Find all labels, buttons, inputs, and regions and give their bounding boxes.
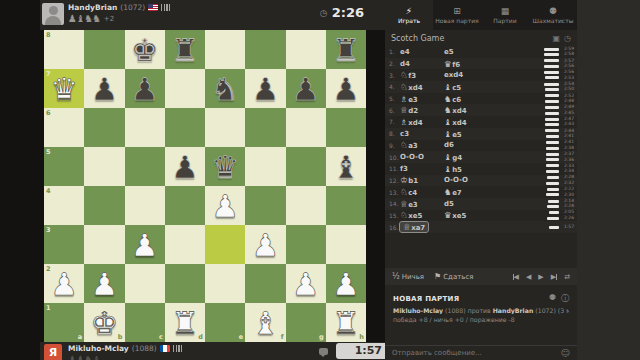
square-g1[interactable]: g (286, 303, 326, 342)
piece-bK-c8[interactable]: ♚ (125, 30, 165, 69)
square-d1[interactable]: d♜ (165, 303, 205, 342)
figurine-icon: ♘ (400, 82, 408, 92)
move-3-b[interactable]: exd4 (444, 71, 488, 79)
time-bar (544, 59, 559, 62)
time-bar (547, 217, 559, 220)
player-icon[interactable]: ⚉ (549, 293, 556, 304)
move-4-w[interactable]: ♘xd4 (400, 82, 444, 92)
flip-board-icon[interactable]: ⇄ (564, 273, 570, 281)
move-time: 2:22 (561, 187, 574, 192)
square-g3[interactable] (286, 225, 326, 264)
square-e3[interactable] (205, 225, 245, 264)
top-player-bar: HandyBrian (1072) ♟♝♞♞+2 ◷2:26 (40, 0, 390, 30)
figurine-icon: ♗ (400, 117, 408, 127)
square-h5[interactable]: ♝ (326, 147, 366, 186)
piece-wR-h1[interactable]: ♜ (326, 303, 366, 342)
match-description: Mikluho-Mclay (1088) против HandyBrian (… (393, 307, 569, 314)
move-12-b[interactable]: O-O-O (444, 176, 488, 184)
figurine-icon: ♘ (400, 70, 408, 80)
move-time: 2:43 (561, 122, 574, 127)
piece-wR-d1[interactable]: ♜ (165, 303, 205, 342)
figurine-icon: ♘ (400, 210, 408, 220)
square-d2[interactable] (165, 264, 205, 303)
piece-bP-h7[interactable]: ♟ (326, 69, 366, 108)
square-h6[interactable] (326, 108, 366, 147)
clock-top: ◷2:26 (320, 5, 364, 20)
move-times: 2:592:58 (544, 47, 577, 57)
square-a6[interactable]: 6 (44, 108, 84, 147)
move-time: 2:56 (561, 64, 574, 69)
move-times: 2:542:50 (544, 82, 577, 92)
square-f4[interactable] (245, 186, 285, 225)
move-time: 2:45 (561, 111, 574, 116)
tab-people[interactable]: ⚉Шахматисты (529, 0, 577, 30)
tab-label: Новая партия (435, 17, 478, 24)
opening-row: Scotch Game ▣◷ (385, 30, 577, 46)
captured-top: ♟♝♞♞+2 (68, 13, 114, 24)
square-b1[interactable]: b♚ (84, 303, 124, 342)
square-h8[interactable]: ♜ (326, 30, 366, 69)
captured-bottom: ♟♟♞♝ (68, 354, 100, 360)
move-time: 2:37 (561, 152, 574, 157)
square-h2[interactable]: ♟ (326, 264, 366, 303)
piece-wP-f3[interactable]: ♟ (245, 225, 285, 264)
square-d5[interactable]: ♟ (165, 147, 205, 186)
piece-wP-g2[interactable]: ♟ (286, 264, 326, 303)
figurine-icon: ♔ (400, 175, 408, 185)
player-name[interactable]: Mikluho-Mclay (68, 344, 129, 353)
move-row-13: 13.♘c4♞e72:222:30 (385, 186, 577, 198)
chat-input[interactable]: Отправить сообщение... (392, 349, 482, 357)
square-c4[interactable] (125, 186, 165, 225)
move-number: 7. (389, 118, 400, 125)
new-game-section: НОВАЯ ПАРТИЯ ⚉ⓘ Mikluho-Mclay (1088) про… (385, 288, 577, 328)
move-row-11: 11.f3♝h52:332:34 (385, 163, 577, 175)
opening-name: Scotch Game (391, 34, 444, 43)
rating-change-info: победа +8 / ничья +0 / поражение -8 (393, 316, 569, 323)
time-bar (546, 158, 559, 161)
time-bar (544, 53, 559, 56)
square-e6[interactable] (205, 108, 245, 147)
move-2-w[interactable]: d4 (400, 60, 444, 68)
move-6-b[interactable]: ♞xd4 (444, 105, 488, 115)
move-2-b[interactable]: ♛f6 (444, 59, 488, 69)
piece-bR-d8[interactable]: ♜ (165, 30, 205, 69)
move-12-w[interactable]: ♔b1 (400, 175, 444, 185)
square-c7[interactable]: ♟ (125, 69, 165, 108)
tab-label: Шахматисты (533, 17, 574, 24)
move-13-b[interactable]: ♞e7 (444, 187, 488, 197)
move-number: 5. (389, 95, 400, 102)
time-bar (546, 193, 559, 196)
square-b2[interactable]: ♟ (84, 264, 124, 303)
move-1-w[interactable]: e4 (400, 48, 444, 56)
square-f2[interactable] (245, 264, 285, 303)
player-rating: (1088) (132, 344, 157, 353)
time-bar (545, 88, 559, 91)
square-g5[interactable] (286, 147, 326, 186)
time-bar (545, 123, 559, 126)
square-h3[interactable] (326, 225, 366, 264)
people-icon: ⚉ (549, 6, 557, 16)
square-a1[interactable]: 1a (44, 303, 84, 342)
file-label-e: e (239, 333, 243, 341)
move-time: 2:53 (561, 76, 574, 81)
square-b3[interactable] (84, 225, 124, 264)
move-row-5: 5.♗e3♞c62:522:48 (385, 93, 577, 105)
go-back-button[interactable]: ◀ (526, 273, 531, 281)
square-f5[interactable] (245, 147, 285, 186)
figurine-icon: ♝ (444, 129, 452, 139)
square-f6[interactable] (245, 108, 285, 147)
square-b5[interactable] (84, 147, 124, 186)
clock-icon[interactable]: ◷ (564, 34, 571, 43)
player-bottom-line: Mikluho-Mclay (1088) (68, 344, 182, 353)
move-times: 2:492:45 (545, 105, 577, 115)
square-f8[interactable] (245, 30, 285, 69)
move-times: 2:442:41 (545, 129, 577, 139)
move-row-16: 16.♕xa71:57 (385, 221, 577, 233)
piece-bN-e7[interactable]: ♞ (205, 69, 245, 108)
figurine-icon: ♝ (444, 164, 452, 174)
square-e4[interactable]: ♟ (205, 186, 245, 225)
move-8-w[interactable]: c3 (400, 130, 444, 138)
copy-icon[interactable]: ▣ (552, 34, 560, 43)
move-5-b[interactable]: ♞c6 (444, 94, 488, 104)
time-bar (546, 135, 559, 138)
piece-wP-b2[interactable]: ♟ (84, 264, 124, 303)
move-times: 2:052:26 (547, 210, 577, 220)
page-background (577, 0, 640, 360)
move-times: 2:472:43 (545, 117, 577, 127)
connection-bars-icon (161, 4, 170, 11)
file-label-g: g (319, 333, 324, 341)
time-bar (545, 129, 559, 132)
material-advantage: +2 (104, 15, 114, 23)
move-9-b[interactable]: d6 (444, 141, 488, 149)
square-g2[interactable]: ♟ (286, 264, 326, 303)
go-first-button[interactable]: ◀ (513, 273, 519, 281)
time-bar (545, 106, 559, 109)
square-c6[interactable] (125, 108, 165, 147)
figurine-icon: ♞ (444, 187, 452, 197)
clock-bottom: 1:57 (336, 343, 388, 359)
move-row-12: 12.♔b1O-O-O2:282:32 (385, 175, 577, 187)
new-game-title: НОВАЯ ПАРТИЯ (393, 295, 459, 303)
time-bar (547, 176, 559, 179)
go-last-button[interactable]: ▶ (551, 273, 557, 281)
square-e1[interactable]: e (205, 303, 245, 342)
move-times: 2:142:28 (547, 199, 577, 209)
file-label-c: c (159, 333, 163, 341)
move-time: 2:38 (561, 146, 574, 151)
figurine-icon: ♝ (444, 117, 452, 127)
time-bar (546, 170, 559, 173)
move-row-14: 14.♕e3d52:142:28 (385, 198, 577, 210)
move-time: 2:32 (561, 181, 574, 186)
square-g7[interactable]: ♟ (286, 69, 326, 108)
move-time: 2:34 (561, 169, 574, 174)
move-15-b[interactable]: ♛xe5 (444, 210, 488, 220)
piece-bP-c7[interactable]: ♟ (125, 69, 165, 108)
square-c3[interactable]: ♟ (125, 225, 165, 264)
info-icon[interactable]: ⓘ (561, 293, 569, 304)
plus-square-icon: ⊞ (453, 6, 461, 16)
avatar[interactable] (42, 3, 64, 25)
move-number: 6. (389, 107, 400, 114)
square-g6[interactable] (286, 108, 326, 147)
move-10-b[interactable]: ♝g4 (444, 152, 488, 162)
piece-bP-d5[interactable]: ♟ (165, 147, 205, 186)
move-9-w[interactable]: ♘a3 (400, 140, 444, 150)
move-7-b[interactable]: ♝xd4 (444, 117, 488, 127)
move-list: 1.e4e52:592:582.d4♛f62:572:563.♘f3exd42:… (385, 46, 577, 233)
square-c1[interactable]: c (125, 303, 165, 342)
square-a8[interactable]: 8 (44, 30, 84, 69)
figurine-icon: ♝ (444, 82, 452, 92)
time-bar (544, 83, 559, 86)
move-14-w[interactable]: ♕e3 (400, 199, 444, 209)
move-6-w[interactable]: ♕d2 (400, 105, 444, 115)
time-bar (546, 182, 559, 185)
connection-bars-icon (173, 345, 182, 352)
square-h4[interactable] (326, 186, 366, 225)
tab-label: Играть (398, 17, 420, 24)
chess-app: { "game": "chess", "position": { "fen": … (0, 0, 640, 360)
square-e8[interactable] (205, 30, 245, 69)
move-row-15: 15.♘xe5♛xe52:052:26 (385, 210, 577, 222)
time-control: (3 мин.) (558, 307, 569, 314)
piece-wK-b1[interactable]: ♚ (84, 303, 124, 342)
piece-bP-g7[interactable]: ♟ (286, 69, 326, 108)
piece-bR-h8[interactable]: ♜ (326, 30, 366, 69)
rank-label-3: 3 (46, 226, 51, 234)
move-row-8: 8.c3♝e52:442:41 (385, 128, 577, 140)
move-times: 1:57 (549, 225, 577, 230)
move-number: 2. (389, 60, 400, 67)
move-times: 2:522:48 (545, 94, 577, 104)
move-row-1: 1.e4e52:592:58 (385, 46, 577, 58)
piece-wB-f1[interactable]: ♝ (245, 303, 285, 342)
time-bar (544, 71, 559, 74)
tab-grid[interactable]: ▦Партии (481, 0, 529, 30)
piece-bQ-e5[interactable]: ♛ (205, 147, 245, 186)
move-row-4: 4.♘xd4♝c52:542:50 (385, 81, 577, 93)
square-h7[interactable]: ♟ (326, 69, 366, 108)
move-row-7: 7.♗xd4♝xd42:472:43 (385, 116, 577, 128)
player-top-line: HandyBrian (1072) (68, 3, 170, 12)
figurine-icon: ♝ (444, 152, 452, 162)
grid-icon: ▦ (501, 6, 510, 16)
versus-label: против (468, 307, 491, 314)
move-7-w[interactable]: ♗xd4 (400, 117, 444, 127)
move-number: 3. (389, 72, 400, 79)
move-times: 2:332:34 (546, 164, 577, 174)
avatar[interactable]: Я (44, 344, 62, 360)
move-row-2: 2.d4♛f62:572:56 (385, 58, 577, 70)
white-player-rating: (1088) (445, 307, 466, 314)
time-bar (546, 153, 559, 156)
move-row-3: 3.♘f3exd42:562:53 (385, 69, 577, 81)
fr-flag-icon (160, 345, 170, 352)
move-times: 2:222:30 (546, 187, 577, 197)
tab-lightning[interactable]: ⚡Играть (385, 0, 433, 30)
chat-bar: Отправить сообщение... ☺ (385, 345, 577, 360)
square-d8[interactable]: ♜ (165, 30, 205, 69)
time-bar (546, 147, 559, 150)
move-13-w[interactable]: ♘c4 (400, 187, 444, 197)
tab-label: Партии (493, 17, 516, 24)
piece-bP-f7[interactable]: ♟ (245, 69, 285, 108)
move-number: 1. (389, 48, 400, 55)
go-forward-button[interactable]: ▶ (538, 273, 543, 281)
avatar-silhouette (49, 6, 58, 15)
tab-plus-square[interactable]: ⊞Новая партия (433, 0, 481, 30)
piece-wP-c3[interactable]: ♟ (125, 225, 165, 264)
square-f1[interactable]: f♝ (245, 303, 285, 342)
move-times: 2:372:36 (546, 152, 577, 162)
time-bar (547, 205, 559, 208)
time-bar (548, 200, 559, 203)
square-g8[interactable] (286, 30, 326, 69)
square-b4[interactable] (84, 186, 124, 225)
square-a7[interactable]: 7♛ (44, 69, 84, 108)
figurine-icon: ♞ (444, 94, 452, 104)
move-times: 2:282:32 (546, 175, 577, 185)
move-times: 2:412:38 (546, 140, 577, 150)
white-player-name: Mikluho-Mclay (393, 307, 443, 314)
rank-label-8: 8 (46, 31, 51, 39)
square-a3[interactable]: 3 (44, 225, 84, 264)
move-1-b[interactable]: e5 (444, 48, 488, 56)
player-name[interactable]: HandyBrian (68, 3, 117, 12)
figurine-icon: ♗ (400, 94, 408, 104)
figurine-icon: ♕ (403, 222, 411, 232)
square-d6[interactable] (165, 108, 205, 147)
square-e2[interactable] (205, 264, 245, 303)
side-panel: ⚡Играть⊞Новая партия▦Партии⚉Шахматисты S… (385, 0, 577, 360)
move-number: 11. (389, 165, 400, 172)
move-14-b[interactable]: d5 (444, 200, 488, 208)
move-time: 2:28 (561, 204, 574, 209)
piece-wP-e4[interactable]: ♟ (205, 186, 245, 225)
rank-label-5: 5 (46, 148, 51, 156)
move-number: 12. (389, 177, 400, 184)
move-time: 2:26 (561, 216, 574, 221)
timer-icon: ◷ (320, 8, 328, 18)
square-b8[interactable] (84, 30, 124, 69)
square-e7[interactable]: ♞ (205, 69, 245, 108)
piece-wP-a2[interactable]: ♟ (44, 264, 84, 303)
black-player-rating: (1072) (535, 307, 556, 314)
square-d3[interactable] (165, 225, 205, 264)
piece-bP-b7[interactable]: ♟ (84, 69, 124, 108)
time-bar (546, 141, 559, 144)
emoji-icon[interactable]: ☺ (561, 348, 570, 358)
rank-label-4: 4 (46, 187, 51, 195)
square-c5[interactable] (125, 147, 165, 186)
move-row-10: 10.O-O-O♝g42:372:36 (385, 151, 577, 163)
square-a5[interactable]: 5 (44, 147, 84, 186)
square-d7[interactable] (165, 69, 205, 108)
square-b7[interactable]: ♟ (84, 69, 124, 108)
us-flag-icon (148, 4, 158, 11)
move-time: 2:48 (561, 99, 574, 104)
chat-bubble-icon[interactable] (319, 348, 328, 355)
square-d4[interactable] (165, 186, 205, 225)
move-time: 2:58 (561, 52, 574, 57)
move-5-w[interactable]: ♗e3 (400, 94, 444, 104)
move-time: 2:30 (561, 193, 574, 198)
square-e5[interactable]: ♛ (205, 147, 245, 186)
move-15-w[interactable]: ♘xe5 (400, 210, 444, 220)
figurine-icon: ♘ (400, 140, 408, 150)
figurine-icon: ♞ (444, 105, 452, 115)
half-point-icon: ½ (392, 272, 400, 281)
figurine-icon: ♘ (400, 187, 408, 197)
move-times: 2:562:53 (544, 70, 577, 80)
move-8-b[interactable]: ♝e5 (444, 129, 488, 139)
piece-bB-h5[interactable]: ♝ (326, 147, 366, 186)
move-4-b[interactable]: ♝c5 (444, 82, 488, 92)
move-number: 16. (389, 224, 400, 231)
time-bar (545, 112, 559, 115)
time-bar (547, 188, 559, 191)
avatar-silhouette (45, 16, 61, 25)
draw-button[interactable]: ½Ничья (392, 272, 424, 281)
time-bar (545, 118, 559, 121)
square-f7[interactable]: ♟ (245, 69, 285, 108)
square-h1[interactable]: h♜ (326, 303, 366, 342)
bottom-player-bar: Я Mikluho-Mclay (1088) ♟♟♞♝ 1:57 (40, 342, 390, 360)
move-11-w[interactable]: f3 (400, 165, 444, 173)
square-f3[interactable]: ♟ (245, 225, 285, 264)
square-c8[interactable]: ♚ (125, 30, 165, 69)
move-number: 4. (389, 83, 400, 90)
time-bar (544, 65, 559, 68)
resign-flag-icon: ⚑ (434, 272, 441, 281)
time-bar (549, 211, 559, 214)
player-rating: (1072) (120, 3, 145, 12)
move-11-b[interactable]: ♝h5 (444, 164, 488, 174)
move-time: 2:36 (561, 158, 574, 163)
rank-label-1: 1 (46, 304, 51, 312)
move-row-6: 6.♕d2♞xd42:492:45 (385, 104, 577, 116)
move-number: 9. (389, 142, 400, 149)
board: 8♚♜♜7♛♟♟♞♟♟♟65♟♛♝4♟3♟♟2♟♟♟♟1ab♚cd♜ef♝gh♜ (44, 30, 366, 342)
move-10-w[interactable]: O-O-O (400, 153, 444, 161)
piece-wQ-a7[interactable]: ♛ (44, 69, 84, 108)
move-3-w[interactable]: ♘f3 (400, 70, 444, 80)
figurine-icon: ♛ (444, 210, 452, 220)
time-bar (546, 164, 559, 167)
square-b6[interactable] (84, 108, 124, 147)
move-number: 8. (389, 130, 400, 137)
resign-button[interactable]: ⚑Сдаться (434, 272, 473, 281)
square-a2[interactable]: 2♟ (44, 264, 84, 303)
move-number: 13. (389, 189, 400, 196)
move-16-w[interactable]: ♕xa7 (400, 222, 428, 232)
square-a4[interactable]: 4 (44, 186, 84, 225)
tab-bar: ⚡Играть⊞Новая партия▦Партии⚉Шахматисты (385, 0, 577, 30)
square-g4[interactable] (286, 186, 326, 225)
time-bar (545, 94, 559, 97)
piece-wP-h2[interactable]: ♟ (326, 264, 366, 303)
game-controls: ½Ничья ⚑Сдаться ◀ ◀ ▶ ▶ ⇄ (385, 268, 577, 285)
move-number: 10. (389, 154, 400, 161)
square-c2[interactable] (125, 264, 165, 303)
lightning-icon: ⚡ (406, 6, 412, 16)
